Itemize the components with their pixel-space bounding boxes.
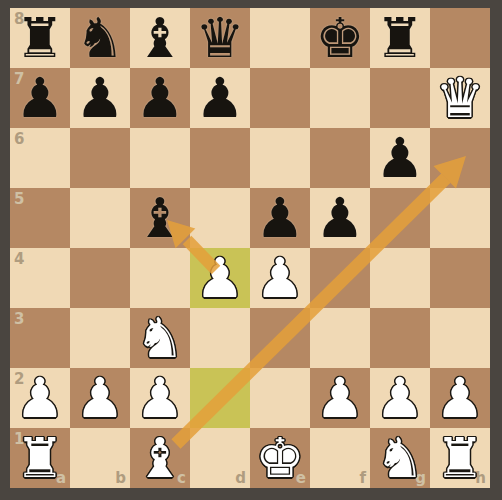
- square-f8[interactable]: ♚: [310, 8, 370, 68]
- square-h3[interactable]: [430, 308, 490, 368]
- square-b7[interactable]: ♟: [70, 68, 130, 128]
- black-pawn[interactable]: ♟: [70, 68, 130, 128]
- square-e7[interactable]: [250, 68, 310, 128]
- square-e4[interactable]: ♟: [250, 248, 310, 308]
- square-f7[interactable]: [310, 68, 370, 128]
- square-d5[interactable]: [190, 188, 250, 248]
- square-d6[interactable]: [190, 128, 250, 188]
- board-frame: 8♜♞♝♛♚♜7♟♟♟♟♛6♟5♝♟♟4♟♟3♞2♟♟♟♟♟♟1a♜bc♝de♚…: [0, 0, 502, 500]
- black-bishop[interactable]: ♝: [130, 188, 190, 248]
- square-c1[interactable]: c♝: [130, 428, 190, 488]
- square-a8[interactable]: 8♜: [10, 8, 70, 68]
- square-d1[interactable]: d: [190, 428, 250, 488]
- white-pawn[interactable]: ♟: [310, 368, 370, 428]
- square-c6[interactable]: [130, 128, 190, 188]
- square-e8[interactable]: [250, 8, 310, 68]
- square-e3[interactable]: [250, 308, 310, 368]
- square-c3[interactable]: ♞: [130, 308, 190, 368]
- square-a3[interactable]: 3: [10, 308, 70, 368]
- square-e2[interactable]: [250, 368, 310, 428]
- square-a6[interactable]: 6: [10, 128, 70, 188]
- square-a7[interactable]: 7♟: [10, 68, 70, 128]
- square-g2[interactable]: ♟: [370, 368, 430, 428]
- square-b3[interactable]: [70, 308, 130, 368]
- square-h5[interactable]: [430, 188, 490, 248]
- square-b2[interactable]: ♟: [70, 368, 130, 428]
- black-rook[interactable]: ♜: [10, 8, 70, 68]
- square-c2[interactable]: ♟: [130, 368, 190, 428]
- square-b4[interactable]: [70, 248, 130, 308]
- square-h8[interactable]: [430, 8, 490, 68]
- square-c5[interactable]: ♝: [130, 188, 190, 248]
- file-label-f: f: [359, 469, 366, 487]
- square-a1[interactable]: 1a♜: [10, 428, 70, 488]
- square-f1[interactable]: f: [310, 428, 370, 488]
- square-h1[interactable]: h♜: [430, 428, 490, 488]
- file-label-d: d: [235, 469, 246, 487]
- square-g8[interactable]: ♜: [370, 8, 430, 68]
- black-pawn[interactable]: ♟: [10, 68, 70, 128]
- black-king[interactable]: ♚: [310, 8, 370, 68]
- square-g3[interactable]: [370, 308, 430, 368]
- square-d4[interactable]: ♟: [190, 248, 250, 308]
- black-pawn[interactable]: ♟: [250, 188, 310, 248]
- black-knight[interactable]: ♞: [70, 8, 130, 68]
- black-pawn[interactable]: ♟: [310, 188, 370, 248]
- black-pawn[interactable]: ♟: [190, 68, 250, 128]
- white-pawn[interactable]: ♟: [10, 368, 70, 428]
- square-a4[interactable]: 4: [10, 248, 70, 308]
- white-pawn[interactable]: ♟: [250, 248, 310, 308]
- white-pawn[interactable]: ♟: [130, 368, 190, 428]
- black-queen[interactable]: ♛: [190, 8, 250, 68]
- square-b1[interactable]: b: [70, 428, 130, 488]
- black-pawn[interactable]: ♟: [130, 68, 190, 128]
- rank-label-5: 5: [14, 190, 24, 208]
- white-pawn[interactable]: ♟: [430, 368, 490, 428]
- square-d7[interactable]: ♟: [190, 68, 250, 128]
- chess-board[interactable]: 8♜♞♝♛♚♜7♟♟♟♟♛6♟5♝♟♟4♟♟3♞2♟♟♟♟♟♟1a♜bc♝de♚…: [10, 8, 490, 488]
- black-bishop[interactable]: ♝: [130, 8, 190, 68]
- square-c7[interactable]: ♟: [130, 68, 190, 128]
- square-g1[interactable]: g♞: [370, 428, 430, 488]
- white-king[interactable]: ♚: [250, 428, 310, 488]
- square-g5[interactable]: [370, 188, 430, 248]
- white-pawn[interactable]: ♟: [70, 368, 130, 428]
- white-rook[interactable]: ♜: [10, 428, 70, 488]
- square-e5[interactable]: ♟: [250, 188, 310, 248]
- square-f5[interactable]: ♟: [310, 188, 370, 248]
- square-b6[interactable]: [70, 128, 130, 188]
- square-h4[interactable]: [430, 248, 490, 308]
- white-pawn[interactable]: ♟: [190, 248, 250, 308]
- square-f6[interactable]: [310, 128, 370, 188]
- rank-label-4: 4: [14, 250, 24, 268]
- square-b8[interactable]: ♞: [70, 8, 130, 68]
- square-f4[interactable]: [310, 248, 370, 308]
- square-b5[interactable]: [70, 188, 130, 248]
- square-h6[interactable]: [430, 128, 490, 188]
- square-f2[interactable]: ♟: [310, 368, 370, 428]
- square-a5[interactable]: 5: [10, 188, 70, 248]
- square-h2[interactable]: ♟: [430, 368, 490, 428]
- black-pawn[interactable]: ♟: [370, 128, 430, 188]
- square-f3[interactable]: [310, 308, 370, 368]
- square-g4[interactable]: [370, 248, 430, 308]
- file-label-b: b: [115, 469, 126, 487]
- white-pawn[interactable]: ♟: [370, 368, 430, 428]
- square-e1[interactable]: e♚: [250, 428, 310, 488]
- square-d2[interactable]: [190, 368, 250, 428]
- square-h7[interactable]: ♛: [430, 68, 490, 128]
- white-knight[interactable]: ♞: [130, 308, 190, 368]
- square-c8[interactable]: ♝: [130, 8, 190, 68]
- square-g6[interactable]: ♟: [370, 128, 430, 188]
- square-d8[interactable]: ♛: [190, 8, 250, 68]
- rank-label-3: 3: [14, 310, 24, 328]
- square-e6[interactable]: [250, 128, 310, 188]
- black-rook[interactable]: ♜: [370, 8, 430, 68]
- square-d3[interactable]: [190, 308, 250, 368]
- white-queen[interactable]: ♛: [430, 68, 490, 128]
- white-knight[interactable]: ♞: [370, 428, 430, 488]
- rank-label-6: 6: [14, 130, 24, 148]
- square-c4[interactable]: [130, 248, 190, 308]
- white-rook[interactable]: ♜: [430, 428, 490, 488]
- white-bishop[interactable]: ♝: [130, 428, 190, 488]
- square-g7[interactable]: [370, 68, 430, 128]
- square-a2[interactable]: 2♟: [10, 368, 70, 428]
